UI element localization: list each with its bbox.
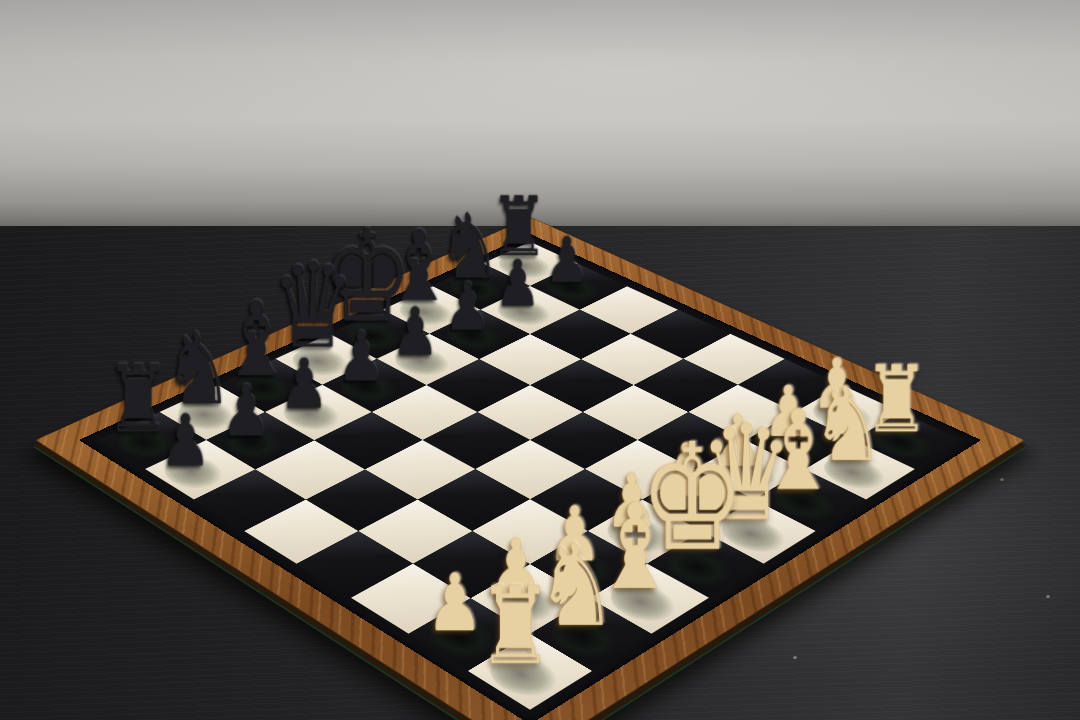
- table-speck: [793, 656, 797, 659]
- piece-black-pawn-c7: ♟: [444, 274, 491, 339]
- piece-black-pawn-b7: ♟: [495, 251, 541, 315]
- table-speck: [1000, 478, 1004, 481]
- piece-black-pawn-e7: ♟: [337, 324, 386, 392]
- chess-set-photo: ♜♟♟♜♞♟♟♞♝♟♟♝♚♟♟♛♛♟♟♚♝♟♟♝♞♟♟♞♜♟♟♜ rnbkqbn…: [0, 0, 1080, 720]
- piece-black-pawn-h7: ♟: [160, 405, 211, 477]
- square-d7: ♟: [377, 334, 479, 385]
- piece-white-pawn-h2: ♟: [426, 563, 483, 642]
- piece-black-pawn-a7: ♟: [544, 229, 589, 292]
- square-h7: ♟: [145, 440, 255, 499]
- piece-white-rook-h1: ♜: [477, 573, 554, 680]
- piece-black-pawn-g7: ♟: [221, 377, 271, 447]
- table-speck: [1046, 595, 1050, 598]
- piece-black-pawn-f7: ♟: [280, 350, 329, 419]
- piece-black-pawn-d7: ♟: [392, 299, 440, 366]
